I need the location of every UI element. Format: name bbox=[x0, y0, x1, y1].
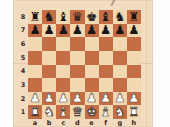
rank-label-2: 2 bbox=[18, 92, 28, 106]
square-h2[interactable]: ♟ bbox=[127, 92, 141, 106]
square-g7[interactable]: ♟ bbox=[113, 24, 127, 38]
square-d3[interactable] bbox=[70, 78, 84, 92]
square-f2[interactable]: ♟ bbox=[99, 92, 113, 106]
square-c1[interactable]: ♝ bbox=[56, 105, 70, 119]
square-c5[interactable] bbox=[56, 51, 70, 65]
square-a5[interactable] bbox=[28, 51, 42, 65]
white-pawn-piece: ♟ bbox=[72, 92, 83, 105]
square-b2[interactable]: ♟ bbox=[42, 92, 56, 106]
hanger-string bbox=[110, 0, 115, 6]
file-label-a: a bbox=[28, 118, 42, 127]
square-e4[interactable] bbox=[85, 65, 99, 79]
black-queen-piece: ♛ bbox=[72, 10, 83, 23]
square-d7[interactable]: ♟ bbox=[70, 24, 84, 38]
square-f7[interactable]: ♟ bbox=[99, 24, 113, 38]
square-b5[interactable] bbox=[42, 51, 56, 65]
square-g3[interactable] bbox=[113, 78, 127, 92]
rank-label-7: 7 bbox=[18, 24, 28, 38]
board-edge-seam bbox=[146, 0, 147, 127]
square-c6[interactable] bbox=[56, 37, 70, 51]
file-label-b: b bbox=[42, 118, 56, 127]
square-f8[interactable]: ♝ bbox=[99, 10, 113, 24]
white-pawn-piece: ♟ bbox=[29, 92, 40, 105]
rank-label-5: 5 bbox=[18, 51, 28, 65]
white-bishop-piece: ♝ bbox=[58, 105, 69, 118]
chess-board: ♜♞♝♛♚♝♞♜♟♟♟♟♟♟♟♟♟♟♟♟♟♟♟♟♜♞♝♛♚♝♞♜ bbox=[28, 10, 141, 119]
square-b7[interactable]: ♟ bbox=[42, 24, 56, 38]
file-label-e: e bbox=[85, 118, 99, 127]
square-a8[interactable]: ♜ bbox=[28, 10, 42, 24]
square-b6[interactable] bbox=[42, 37, 56, 51]
square-c2[interactable]: ♟ bbox=[56, 92, 70, 106]
square-f4[interactable] bbox=[99, 65, 113, 79]
square-g4[interactable] bbox=[113, 65, 127, 79]
square-b3[interactable] bbox=[42, 78, 56, 92]
square-f5[interactable] bbox=[99, 51, 113, 65]
square-a1[interactable]: ♜ bbox=[28, 105, 42, 119]
white-queen-piece: ♛ bbox=[72, 105, 83, 118]
square-g8[interactable]: ♞ bbox=[113, 10, 127, 24]
square-b1[interactable]: ♞ bbox=[42, 105, 56, 119]
square-c7[interactable]: ♟ bbox=[56, 24, 70, 38]
square-a2[interactable]: ♟ bbox=[28, 92, 42, 106]
square-g6[interactable] bbox=[113, 37, 127, 51]
black-pawn-piece: ♟ bbox=[114, 24, 125, 37]
white-king-piece: ♚ bbox=[86, 105, 97, 118]
file-label-f: f bbox=[99, 118, 113, 127]
black-knight-piece: ♞ bbox=[44, 10, 55, 23]
square-d6[interactable] bbox=[70, 37, 84, 51]
black-pawn-piece: ♟ bbox=[58, 24, 69, 37]
white-rook-piece: ♜ bbox=[29, 105, 40, 118]
black-rook-piece: ♜ bbox=[128, 10, 139, 23]
square-h3[interactable] bbox=[127, 78, 141, 92]
square-d2[interactable]: ♟ bbox=[70, 92, 84, 106]
rank-label-4: 4 bbox=[18, 65, 28, 79]
file-label-h: h bbox=[127, 118, 141, 127]
square-h1[interactable]: ♜ bbox=[127, 105, 141, 119]
white-pawn-piece: ♟ bbox=[44, 92, 55, 105]
black-knight-piece: ♞ bbox=[114, 10, 125, 23]
square-e6[interactable] bbox=[85, 37, 99, 51]
square-e5[interactable] bbox=[85, 51, 99, 65]
square-e1[interactable]: ♚ bbox=[85, 105, 99, 119]
black-pawn-piece: ♟ bbox=[44, 24, 55, 37]
square-e2[interactable]: ♟ bbox=[85, 92, 99, 106]
white-rook-piece: ♜ bbox=[128, 105, 139, 118]
square-f6[interactable] bbox=[99, 37, 113, 51]
white-pawn-piece: ♟ bbox=[114, 92, 125, 105]
square-g5[interactable] bbox=[113, 51, 127, 65]
square-d4[interactable] bbox=[70, 65, 84, 79]
black-bishop-piece: ♝ bbox=[100, 10, 111, 23]
page: 87654321 ♜♞♝♛♚♝♞♜♟♟♟♟♟♟♟♟♟♟♟♟♟♟♟♟♜♞♝♛♚♝♞… bbox=[0, 0, 170, 127]
demonstration-board: 87654321 ♜♞♝♛♚♝♞♜♟♟♟♟♟♟♟♟♟♟♟♟♟♟♟♟♜♞♝♛♚♝♞… bbox=[13, 0, 153, 127]
black-rook-piece: ♜ bbox=[29, 10, 40, 23]
file-label-g: g bbox=[113, 118, 127, 127]
square-c8[interactable]: ♝ bbox=[56, 10, 70, 24]
square-h6[interactable] bbox=[127, 37, 141, 51]
square-c3[interactable] bbox=[56, 78, 70, 92]
black-bishop-piece: ♝ bbox=[58, 10, 69, 23]
rank-label-8: 8 bbox=[18, 10, 28, 24]
white-pawn-piece: ♟ bbox=[58, 92, 69, 105]
rank-label-3: 3 bbox=[18, 78, 28, 92]
black-king-piece: ♚ bbox=[86, 10, 97, 23]
square-e7[interactable]: ♟ bbox=[85, 24, 99, 38]
square-a7[interactable]: ♟ bbox=[28, 24, 42, 38]
square-h4[interactable] bbox=[127, 65, 141, 79]
white-pawn-piece: ♟ bbox=[128, 92, 139, 105]
square-b8[interactable]: ♞ bbox=[42, 10, 56, 24]
file-label-d: d bbox=[70, 118, 84, 127]
square-e8[interactable]: ♚ bbox=[85, 10, 99, 24]
black-pawn-piece: ♟ bbox=[86, 24, 97, 37]
square-h8[interactable]: ♜ bbox=[127, 10, 141, 24]
square-e3[interactable] bbox=[85, 78, 99, 92]
file-labels: abcdefgh bbox=[28, 118, 141, 127]
square-g2[interactable]: ♟ bbox=[113, 92, 127, 106]
black-pawn-piece: ♟ bbox=[29, 24, 40, 37]
black-pawn-piece: ♟ bbox=[128, 24, 139, 37]
square-g1[interactable]: ♞ bbox=[113, 105, 127, 119]
square-f3[interactable] bbox=[99, 78, 113, 92]
square-c4[interactable] bbox=[56, 65, 70, 79]
square-b4[interactable] bbox=[42, 65, 56, 79]
white-pawn-piece: ♟ bbox=[100, 92, 111, 105]
square-h7[interactable]: ♟ bbox=[127, 24, 141, 38]
square-d5[interactable] bbox=[70, 51, 84, 65]
black-pawn-piece: ♟ bbox=[72, 24, 83, 37]
white-pawn-piece: ♟ bbox=[86, 92, 97, 105]
square-a6[interactable] bbox=[28, 37, 42, 51]
white-knight-piece: ♞ bbox=[44, 105, 55, 118]
square-d8[interactable]: ♛ bbox=[70, 10, 84, 24]
square-a4[interactable] bbox=[28, 65, 42, 79]
white-bishop-piece: ♝ bbox=[100, 105, 111, 118]
square-a3[interactable] bbox=[28, 78, 42, 92]
square-f1[interactable]: ♝ bbox=[99, 105, 113, 119]
square-d1[interactable]: ♛ bbox=[70, 105, 84, 119]
white-knight-piece: ♞ bbox=[114, 105, 125, 118]
rank-label-6: 6 bbox=[18, 37, 28, 51]
file-label-c: c bbox=[56, 118, 70, 127]
square-h5[interactable] bbox=[127, 51, 141, 65]
rank-label-1: 1 bbox=[18, 105, 28, 119]
black-pawn-piece: ♟ bbox=[100, 24, 111, 37]
rank-labels: 87654321 bbox=[18, 10, 28, 119]
